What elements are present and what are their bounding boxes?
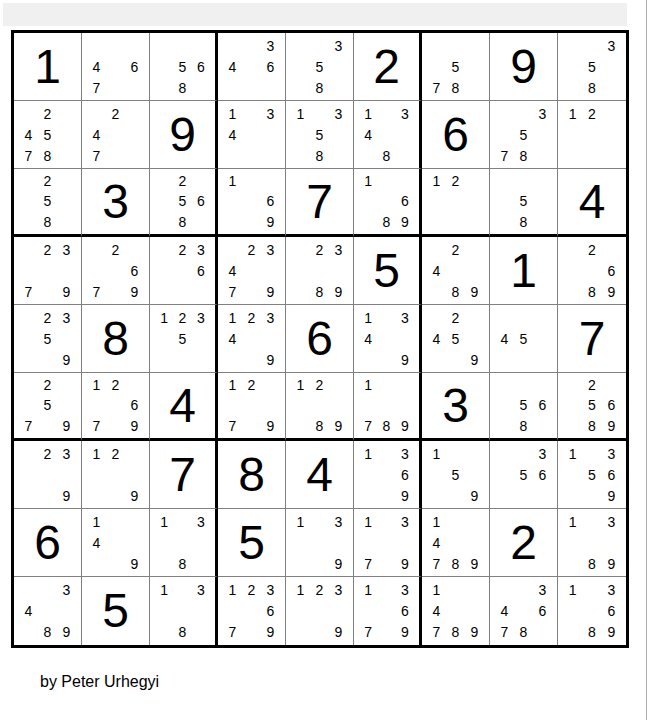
- cell-r1c7[interactable]: 578: [422, 33, 490, 101]
- candidate-digit: 2: [106, 239, 125, 260]
- given-digit: 7: [306, 178, 333, 226]
- candidate-digit: 3: [533, 443, 552, 464]
- candidate-digit: 9: [396, 416, 414, 436]
- given-digit: 6: [306, 315, 333, 363]
- candidate-digit: 6: [396, 191, 414, 211]
- candidates-grid: 568: [490, 373, 557, 438]
- candidate-digit: 6: [602, 395, 621, 415]
- cell-r6c4[interactable]: 1279: [218, 373, 286, 441]
- candidate-digit: 4: [19, 124, 38, 145]
- candidates-grid: 123679: [218, 577, 285, 645]
- given-digit: 9: [510, 43, 537, 91]
- cell-r4c4[interactable]: 23479: [218, 237, 286, 305]
- candidate-digit: 8: [582, 77, 601, 98]
- cell-r1c3[interactable]: 568: [150, 33, 218, 101]
- cell-r4c6[interactable]: 5: [354, 237, 422, 305]
- candidate-digit: 4: [223, 260, 242, 281]
- cell-r8c8[interactable]: 2: [490, 509, 558, 577]
- cell-r3c5[interactable]: 7: [286, 169, 354, 237]
- candidate-digit: 7: [495, 622, 514, 643]
- candidate-digit: 8: [173, 553, 191, 574]
- candidate-digit: 2: [310, 579, 329, 600]
- candidates-grid: 13679: [354, 577, 419, 645]
- cell-r2c7[interactable]: 6: [422, 101, 490, 169]
- cell-r4c2[interactable]: 2679: [82, 237, 150, 305]
- cell-r9c2[interactable]: 5: [82, 577, 150, 645]
- cell-r6c3[interactable]: 4: [150, 373, 218, 441]
- candidates-grid: 169: [218, 169, 285, 234]
- cell-r3c3[interactable]: 2568: [150, 169, 218, 237]
- cell-r6c1[interactable]: 2579: [14, 373, 82, 441]
- candidate-digit: 3: [329, 511, 348, 532]
- candidate-digit: 7: [359, 553, 377, 574]
- candidate-digit: 8: [173, 212, 191, 232]
- candidate-digit: 2: [582, 375, 601, 395]
- candidate-digit: 6: [192, 260, 210, 281]
- candidate-digit: 4: [359, 328, 377, 349]
- cell-r7c4[interactable]: 8: [218, 441, 286, 509]
- candidate-digit: 1: [291, 511, 310, 532]
- given-digit: 2: [510, 519, 537, 567]
- cell-r3c7[interactable]: 12: [422, 169, 490, 237]
- candidate-digit: 9: [57, 485, 76, 506]
- candidate-digit: 6: [125, 395, 144, 415]
- candidates-grid: 568: [150, 33, 215, 100]
- candidate-digit: 7: [427, 77, 446, 98]
- cell-r7c6[interactable]: 1369: [354, 441, 422, 509]
- candidate-digit: 2: [106, 103, 125, 124]
- candidate-digit: 6: [261, 191, 280, 211]
- candidate-digit: 2: [38, 171, 57, 191]
- cell-r6c2[interactable]: 12679: [82, 373, 150, 441]
- cell-r8c6[interactable]: 1379: [354, 509, 422, 577]
- cell-r3c1[interactable]: 258: [14, 169, 82, 237]
- candidates-grid: 58: [490, 169, 557, 234]
- candidate-digit: 4: [427, 260, 446, 281]
- cell-r5c5[interactable]: 6: [286, 305, 354, 373]
- given-digit: 4: [306, 451, 333, 499]
- candidate-digit: 4: [427, 328, 446, 349]
- candidate-digit: 9: [57, 622, 76, 643]
- candidate-digit: 1: [427, 511, 446, 532]
- candidate-digit: 4: [19, 600, 38, 621]
- candidates-grid: 1235: [150, 305, 215, 372]
- candidates-grid: 358: [286, 33, 353, 100]
- candidate-digit: 1: [359, 579, 377, 600]
- candidate-digit: 2: [106, 375, 125, 395]
- candidate-digit: 4: [87, 124, 106, 145]
- cell-r4c5[interactable]: 2389: [286, 237, 354, 305]
- given-digit: 7: [169, 451, 196, 499]
- candidate-digit: 6: [602, 260, 621, 281]
- candidate-digit: 9: [465, 622, 484, 643]
- cell-r9c6[interactable]: 13679: [354, 577, 422, 645]
- cell-r6c9[interactable]: 25689: [558, 373, 626, 441]
- given-digit: 3: [102, 178, 129, 226]
- cell-r2c4[interactable]: 134: [218, 101, 286, 169]
- given-digit: 5: [373, 247, 400, 295]
- given-digit: 3: [442, 382, 469, 430]
- candidate-digit: 2: [38, 239, 57, 260]
- cell-r3c9[interactable]: 4: [558, 169, 626, 237]
- candidates-grid: 25689: [558, 373, 626, 438]
- candidate-digit: 5: [38, 191, 57, 211]
- cell-r7c2[interactable]: 129: [82, 441, 150, 509]
- candidate-digit: 1: [87, 375, 106, 395]
- cell-r9c8[interactable]: 34678: [490, 577, 558, 645]
- candidates-grid: 1279: [218, 373, 285, 438]
- candidate-digit: 7: [223, 281, 242, 302]
- candidate-digit: 5: [310, 124, 329, 145]
- candidate-digit: 9: [329, 553, 348, 574]
- candidate-digit: 9: [329, 622, 348, 643]
- candidate-digit: 1: [291, 375, 310, 395]
- candidates-grid: 2489: [422, 237, 489, 304]
- candidates-grid: 14789: [422, 577, 489, 645]
- candidate-digit: 8: [514, 416, 533, 436]
- cell-r1c6[interactable]: 2: [354, 33, 422, 101]
- candidates-grid: 1379: [354, 509, 419, 576]
- candidate-digit: 8: [310, 77, 329, 98]
- candidate-digit: 6: [533, 600, 552, 621]
- given-digit: 6: [442, 111, 469, 159]
- candidates-grid: 239: [14, 441, 81, 508]
- candidates-grid: 2579: [14, 373, 81, 438]
- candidate-digit: 9: [465, 485, 484, 506]
- candidate-digit: 9: [465, 281, 484, 302]
- candidates-grid: 236: [150, 237, 215, 304]
- candidate-digit: 1: [155, 579, 173, 600]
- candidates-grid: 1289: [286, 373, 353, 438]
- candidate-digit: 2: [242, 239, 261, 260]
- candidate-digit: 2: [38, 307, 57, 328]
- candidate-digit: 8: [310, 281, 329, 302]
- candidate-digit: 5: [173, 328, 191, 349]
- cell-r9c4[interactable]: 123679: [218, 577, 286, 645]
- candidate-digit: 9: [396, 212, 414, 232]
- cell-r5c7[interactable]: 2459: [422, 305, 490, 373]
- candidates-grid: 134: [218, 101, 285, 168]
- candidate-digit: 1: [427, 579, 446, 600]
- candidate-digit: 3: [602, 35, 621, 56]
- candidates-grid: 258: [14, 169, 81, 234]
- candidate-digit: 9: [261, 416, 280, 436]
- candidate-digit: 3: [261, 307, 280, 328]
- candidate-digit: 1: [87, 443, 106, 464]
- candidate-digit: 4: [359, 124, 377, 145]
- cell-r9c1[interactable]: 3489: [14, 577, 82, 645]
- candidate-digit: 9: [465, 349, 484, 370]
- candidates-grid: 138: [150, 509, 215, 576]
- candidate-digit: 9: [57, 281, 76, 302]
- candidate-digit: 6: [192, 56, 210, 77]
- candidates-grid: 3578: [490, 101, 557, 168]
- cell-r7c1[interactable]: 239: [14, 441, 82, 509]
- candidate-digit: 8: [38, 622, 57, 643]
- candidate-digit: 2: [242, 375, 261, 395]
- cell-r8c5[interactable]: 139: [286, 509, 354, 577]
- candidates-grid: 1789: [354, 373, 419, 438]
- candidate-digit: 7: [223, 622, 242, 643]
- candidates-grid: 1689: [354, 169, 419, 234]
- cell-r7c8[interactable]: 356: [490, 441, 558, 509]
- candidates-grid: 13689: [558, 577, 626, 645]
- candidate-digit: 5: [173, 191, 191, 211]
- candidate-digit: 1: [155, 511, 173, 532]
- candidate-digit: 9: [329, 281, 348, 302]
- cell-r5c4[interactable]: 12349: [218, 305, 286, 373]
- candidate-digit: 8: [582, 622, 601, 643]
- candidate-digit: 8: [582, 281, 601, 302]
- candidate-digit: 5: [514, 191, 533, 211]
- candidate-digit: 1: [87, 511, 106, 532]
- candidate-digit: 2: [446, 171, 465, 191]
- candidate-digit: 3: [329, 239, 348, 260]
- candidate-digit: 2: [582, 239, 601, 260]
- candidate-digit: 1: [359, 171, 377, 191]
- cell-r2c6[interactable]: 1348: [354, 101, 422, 169]
- cell-r7c5[interactable]: 4: [286, 441, 354, 509]
- candidate-digit: 5: [446, 464, 465, 485]
- given-digit: 1: [510, 247, 537, 295]
- cell-r4c3[interactable]: 236: [150, 237, 218, 305]
- candidates-grid: 346: [218, 33, 285, 100]
- cell-r1c1[interactable]: 1: [14, 33, 82, 101]
- candidate-digit: 6: [261, 600, 280, 621]
- cell-r8c7[interactable]: 14789: [422, 509, 490, 577]
- cell-r8c4[interactable]: 5: [218, 509, 286, 577]
- candidate-digit: 3: [57, 307, 76, 328]
- candidate-digit: 7: [359, 622, 377, 643]
- candidate-digit: 3: [396, 511, 414, 532]
- candidate-digit: 5: [310, 56, 329, 77]
- cell-r2c9[interactable]: 12: [558, 101, 626, 169]
- candidates-grid: 1358: [286, 101, 353, 168]
- cell-r7c7[interactable]: 159: [422, 441, 490, 509]
- candidate-digit: 2: [310, 239, 329, 260]
- candidate-digit: 6: [125, 260, 144, 281]
- cell-r5c8[interactable]: 45: [490, 305, 558, 373]
- candidates-grid: 139: [286, 509, 353, 576]
- candidates-grid: 356: [490, 441, 557, 508]
- candidates-grid: 1349: [354, 305, 419, 372]
- candidate-digit: 3: [396, 103, 414, 124]
- cell-r7c9[interactable]: 13569: [558, 441, 626, 509]
- candidates-grid: 247: [82, 101, 149, 168]
- candidate-digit: 1: [359, 443, 377, 464]
- candidate-digit: 2: [173, 307, 191, 328]
- candidate-digit: 4: [87, 532, 106, 553]
- cell-r1c4[interactable]: 346: [218, 33, 286, 101]
- given-digit: 9: [169, 111, 196, 159]
- candidate-digit: 9: [602, 281, 621, 302]
- cell-r2c8[interactable]: 3578: [490, 101, 558, 169]
- candidate-digit: 9: [125, 416, 144, 436]
- candidates-grid: 2359: [14, 305, 81, 372]
- candidate-digit: 4: [223, 328, 242, 349]
- candidate-digit: 5: [514, 395, 533, 415]
- candidate-digit: 3: [396, 443, 414, 464]
- candidate-digit: 5: [582, 464, 601, 485]
- candidate-digit: 2: [242, 307, 261, 328]
- cell-r5c6[interactable]: 1349: [354, 305, 422, 373]
- given-digit: 6: [34, 519, 61, 567]
- candidate-digit: 1: [291, 579, 310, 600]
- candidates-grid: 34678: [490, 577, 557, 645]
- candidates-grid: 12: [422, 169, 489, 234]
- cell-r1c9[interactable]: 358: [558, 33, 626, 101]
- cell-r2c5[interactable]: 1358: [286, 101, 354, 169]
- cell-r4c8[interactable]: 1: [490, 237, 558, 305]
- candidate-digit: 2: [38, 103, 57, 124]
- candidate-digit: 5: [582, 56, 601, 77]
- cell-r2c3[interactable]: 9: [150, 101, 218, 169]
- candidate-digit: 3: [261, 103, 280, 124]
- candidate-digit: 3: [602, 443, 621, 464]
- candidate-digit: 1: [427, 171, 446, 191]
- candidates-grid: 12679: [82, 373, 149, 438]
- candidates-grid: 2679: [82, 237, 149, 304]
- candidate-digit: 5: [38, 124, 57, 145]
- candidates-grid: 358: [558, 33, 626, 100]
- cell-r9c7[interactable]: 14789: [422, 577, 490, 645]
- cell-r4c7[interactable]: 2489: [422, 237, 490, 305]
- candidate-digit: 8: [446, 77, 465, 98]
- cell-r9c9[interactable]: 13689: [558, 577, 626, 645]
- candidate-digit: 3: [329, 35, 348, 56]
- candidate-digit: 6: [602, 600, 621, 621]
- candidate-digit: 7: [495, 145, 514, 166]
- cell-r4c1[interactable]: 2379: [14, 237, 82, 305]
- candidate-digit: 1: [223, 307, 242, 328]
- candidate-digit: 5: [38, 395, 57, 415]
- candidate-digit: 9: [261, 622, 280, 643]
- candidates-grid: 2459: [422, 305, 489, 372]
- cell-r1c5[interactable]: 358: [286, 33, 354, 101]
- candidate-digit: 3: [57, 443, 76, 464]
- candidate-digit: 8: [173, 622, 191, 643]
- cell-r9c3[interactable]: 138: [150, 577, 218, 645]
- cell-r6c5[interactable]: 1289: [286, 373, 354, 441]
- candidate-digit: 3: [261, 35, 280, 56]
- cell-r1c8[interactable]: 9: [490, 33, 558, 101]
- candidate-digit: 8: [582, 553, 601, 574]
- cell-r6c7[interactable]: 3: [422, 373, 490, 441]
- cell-r3c8[interactable]: 58: [490, 169, 558, 237]
- candidate-digit: 9: [57, 416, 76, 436]
- cell-r1c2[interactable]: 467: [82, 33, 150, 101]
- candidate-digit: 7: [87, 416, 106, 436]
- candidate-digit: 8: [446, 281, 465, 302]
- candidates-grid: 1389: [558, 509, 626, 576]
- candidates-grid: 1239: [286, 577, 353, 645]
- candidates-grid: 12: [558, 101, 626, 168]
- cell-r8c9[interactable]: 1389: [558, 509, 626, 577]
- candidate-digit: 4: [427, 532, 446, 553]
- candidate-digit: 3: [602, 511, 621, 532]
- candidate-digit: 1: [563, 579, 582, 600]
- candidate-digit: 7: [87, 77, 106, 98]
- candidate-digit: 3: [261, 579, 280, 600]
- cell-r6c6[interactable]: 1789: [354, 373, 422, 441]
- candidate-digit: 6: [261, 56, 280, 77]
- cell-r4c9[interactable]: 2689: [558, 237, 626, 305]
- candidate-digit: 9: [57, 349, 76, 370]
- candidate-digit: 7: [223, 416, 242, 436]
- candidates-grid: 578: [422, 33, 489, 100]
- candidate-digit: 1: [155, 307, 173, 328]
- candidate-digit: 8: [310, 145, 329, 166]
- candidates-grid: 45: [490, 305, 557, 372]
- candidate-digit: 6: [396, 464, 414, 485]
- candidate-digit: 1: [427, 443, 446, 464]
- candidate-digit: 5: [514, 124, 533, 145]
- cell-r8c3[interactable]: 138: [150, 509, 218, 577]
- cell-r5c9[interactable]: 7: [558, 305, 626, 373]
- cell-r7c3[interactable]: 7: [150, 441, 218, 509]
- candidate-digit: 9: [329, 416, 348, 436]
- cell-r6c8[interactable]: 568: [490, 373, 558, 441]
- candidate-digit: 7: [87, 145, 106, 166]
- candidate-digit: 8: [446, 553, 465, 574]
- candidate-digit: 9: [261, 281, 280, 302]
- candidate-digit: 1: [291, 103, 310, 124]
- candidate-digit: 4: [427, 600, 446, 621]
- candidate-digit: 1: [223, 103, 242, 124]
- candidate-digit: 1: [359, 375, 377, 395]
- candidates-grid: 2389: [286, 237, 353, 304]
- cell-r5c3[interactable]: 1235: [150, 305, 218, 373]
- candidate-digit: 3: [533, 103, 552, 124]
- given-digit: 1: [34, 43, 61, 91]
- cell-r2c1[interactable]: 24578: [14, 101, 82, 169]
- cell-r5c2[interactable]: 8: [82, 305, 150, 373]
- candidates-grid: 159: [422, 441, 489, 508]
- candidate-digit: 4: [223, 124, 242, 145]
- page-edge-line: [646, 0, 647, 720]
- cell-r3c6[interactable]: 1689: [354, 169, 422, 237]
- candidates-grid: 14789: [422, 509, 489, 576]
- cell-r8c1[interactable]: 6: [14, 509, 82, 577]
- candidate-digit: 9: [125, 553, 144, 574]
- candidate-digit: 3: [329, 579, 348, 600]
- given-digit: 5: [238, 519, 265, 567]
- cell-r8c2[interactable]: 149: [82, 509, 150, 577]
- candidate-digit: 5: [446, 328, 465, 349]
- given-digit: 5: [102, 587, 129, 635]
- given-digit: 4: [579, 178, 606, 226]
- cell-r9c5[interactable]: 1239: [286, 577, 354, 645]
- given-digit: 2: [373, 43, 400, 91]
- cell-r3c4[interactable]: 169: [218, 169, 286, 237]
- candidate-digit: 3: [396, 579, 414, 600]
- candidate-digit: 4: [495, 328, 514, 349]
- candidates-grid: 12349: [218, 305, 285, 372]
- candidate-digit: 8: [38, 145, 57, 166]
- candidate-digit: 3: [57, 239, 76, 260]
- candidate-digit: 8: [173, 77, 191, 98]
- cell-r2c2[interactable]: 247: [82, 101, 150, 169]
- candidate-digit: 1: [359, 103, 377, 124]
- cell-r3c2[interactable]: 3: [82, 169, 150, 237]
- candidate-digit: 3: [192, 511, 210, 532]
- candidate-digit: 6: [533, 464, 552, 485]
- candidate-digit: 8: [514, 145, 533, 166]
- candidates-grid: 3489: [14, 577, 81, 645]
- cell-r5c1[interactable]: 2359: [14, 305, 82, 373]
- candidate-digit: 2: [242, 579, 261, 600]
- candidates-grid: 467: [82, 33, 149, 100]
